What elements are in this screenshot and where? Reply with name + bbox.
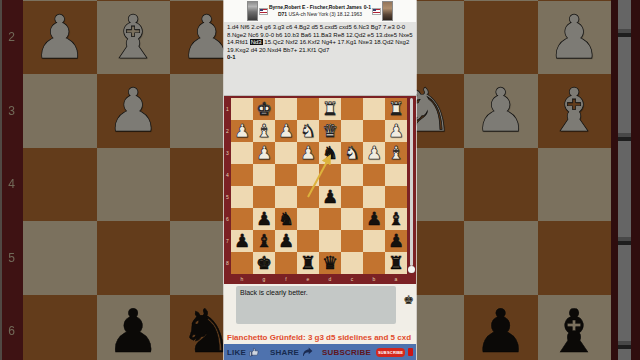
white-pawn-piece: ♟ [363, 142, 385, 164]
black-rook-piece: ♜ [385, 252, 407, 274]
file-label-d: d [319, 275, 341, 283]
square-g2[interactable]: ♝ [97, 1, 171, 75]
square-d3[interactable]: ♞ [319, 142, 341, 164]
square-a5[interactable] [385, 186, 407, 208]
black-queen-piece: ♛ [319, 252, 341, 274]
black-pawn-piece: ♟ [385, 230, 407, 252]
square-h8[interactable] [231, 252, 253, 274]
white-bishop-piece: ♝ [97, 1, 171, 75]
square-a1[interactable]: ♜ [385, 98, 407, 120]
square-f2[interactable]: ♟ [275, 120, 297, 142]
square-g3[interactable]: ♟ [97, 74, 171, 148]
square-f6[interactable]: ♞ [275, 208, 297, 230]
white-queen-piece: ♛ [319, 120, 341, 142]
white-rook-piece: ♜ [319, 98, 341, 120]
header-text: Byrne,Robert E - Fischer,Robert James0-1… [269, 4, 371, 19]
white-pawn-piece: ♟ [297, 142, 319, 164]
square-e6[interactable] [297, 208, 319, 230]
rank-label-7: 7 [224, 230, 231, 252]
square-h3[interactable] [231, 142, 253, 164]
square-e3[interactable]: ♟ [297, 142, 319, 164]
black-king-icon: ♚ [403, 294, 414, 306]
chessboard: 12345678 ♚♜♜♟♝♟♞♛♟♟♟♞♞♟♝♟♟♞♟♝♟♝♟♟♚♜♛♜ hg… [224, 96, 416, 284]
square-g4[interactable] [253, 164, 275, 186]
move-line[interactable]: 1.d4 Nf6 2.c4 g6 3.g3 c6 4.Bg2 d5 5.cxd5… [227, 24, 413, 32]
rank-label-2: 2 [224, 120, 231, 142]
file-label-h: h [231, 275, 253, 283]
black-pawn-piece: ♟ [275, 230, 297, 252]
subscribe-button[interactable]: SUBSCRIBE [376, 348, 405, 357]
square-a3[interactable]: ♝ [538, 74, 612, 148]
notation-panel[interactable]: 1.d4 Nf6 2.c4 g6 3.g3 c6 4.Bg2 d5 5.cxd5… [224, 22, 416, 96]
bg-rank-label-4: 4 [0, 148, 23, 222]
square-f4[interactable] [275, 164, 297, 186]
square-c3[interactable]: ♞ [341, 142, 363, 164]
usa-flag-icon [373, 9, 380, 14]
background-board-border [611, 0, 640, 360]
black-pawn-piece: ♟ [97, 295, 171, 360]
white-king-piece: ♚ [253, 98, 275, 120]
white-pawn-piece: ♟ [538, 1, 612, 75]
fischer-photo [382, 1, 393, 21]
square-b2[interactable] [363, 120, 385, 142]
result-line: 0-1 [227, 54, 413, 62]
square-h6[interactable] [23, 295, 97, 360]
black-pawn-piece: ♟ [464, 295, 538, 360]
rank-label-1: 1 [224, 98, 231, 120]
square-f5[interactable] [275, 186, 297, 208]
square-e4[interactable] [297, 164, 319, 186]
square-b5[interactable] [464, 221, 538, 295]
evaluation-text: Black is clearly better. [236, 286, 396, 324]
white-pawn-piece: ♟ [464, 74, 538, 148]
file-label-e: e [297, 275, 319, 283]
square-d1[interactable]: ♜ [319, 98, 341, 120]
rank-labels: 12345678 [224, 98, 231, 274]
square-g6[interactable]: ♟ [253, 208, 275, 230]
event-line: D71 USA-ch New York (3) 18.12.1963 [278, 11, 362, 19]
square-d8[interactable]: ♛ [319, 252, 341, 274]
file-label-c: c [341, 275, 363, 283]
white-pawn-piece: ♟ [385, 120, 407, 142]
square-a6[interactable]: ♝ [538, 295, 612, 360]
square-b6[interactable]: ♟ [464, 295, 538, 360]
board-scrollbar[interactable] [407, 98, 416, 274]
square-h7[interactable]: ♟ [231, 230, 253, 252]
square-h2[interactable]: ♟ [23, 1, 97, 75]
square-f1[interactable] [275, 98, 297, 120]
square-a2[interactable]: ♟ [538, 1, 612, 75]
background-rank-labels: 12345678 [0, 0, 23, 360]
square-g3[interactable]: ♟ [253, 142, 275, 164]
rank-label-6: 6 [224, 208, 231, 230]
square-a2[interactable]: ♟ [385, 120, 407, 142]
square-b6[interactable]: ♟ [363, 208, 385, 230]
square-h5[interactable] [23, 221, 97, 295]
square-d6[interactable] [319, 208, 341, 230]
square-h4[interactable] [231, 164, 253, 186]
square-b8[interactable] [363, 252, 385, 274]
move-line[interactable]: 8.Nge2 Nc6 9.0-0 b6 10.b3 Ba6 11.Ba3 Re8… [227, 32, 413, 40]
white-pawn-piece: ♟ [97, 74, 171, 148]
square-f3[interactable] [275, 142, 297, 164]
square-e5[interactable] [297, 186, 319, 208]
black-pawn-piece: ♟ [253, 208, 275, 230]
square-a4[interactable] [538, 148, 612, 222]
bg-rank-label-3: 3 [0, 74, 23, 148]
square-c2[interactable] [341, 120, 363, 142]
like-button[interactable]: LIKE [227, 348, 246, 357]
square-h5[interactable] [231, 186, 253, 208]
rank-label-3: 3 [224, 142, 231, 164]
square-a4[interactable] [385, 164, 407, 186]
square-f8[interactable] [275, 252, 297, 274]
social-bar: LIKE SHARE SUBSCRIBE SUBSCRIBE [224, 344, 416, 360]
scrollbar-knob[interactable] [408, 266, 415, 273]
black-knight-piece: ♞ [275, 208, 297, 230]
video-title: Fianchetto Grünfeld: 3 g3 d5 sidelines a… [224, 333, 411, 342]
square-g5[interactable] [253, 186, 275, 208]
white-pawn-piece: ♟ [253, 142, 275, 164]
square-h3[interactable] [23, 74, 97, 148]
usa-flag-icon [260, 9, 267, 14]
black-knight-piece: ♞ [319, 142, 341, 164]
game-header: Byrne,Robert E - Fischer,Robert James0-1… [224, 0, 416, 22]
black-bishop-piece: ♝ [538, 295, 612, 360]
square-c8[interactable] [341, 252, 363, 274]
square-g2[interactable]: ♝ [253, 120, 275, 142]
board-grid: ♚♜♜♟♝♟♞♛♟♟♟♞♞♟♝♟♟♞♟♝♟♝♟♟♚♜♛♜ [231, 98, 407, 274]
file-label-g: g [253, 275, 275, 283]
square-e7[interactable] [297, 230, 319, 252]
white-pawn-piece: ♟ [23, 1, 97, 75]
square-g5[interactable] [97, 221, 171, 295]
subscribe-label[interactable]: SUBSCRIBE [322, 348, 371, 357]
square-g1[interactable]: ♚ [253, 98, 275, 120]
video-frame: 12345678 ♚♜♜♟♝♟♞♛♟♟♟♞♞♟♝♟♟♞♟♝♟♝♟♟♚♜♛♜ By… [0, 0, 640, 360]
black-pawn-piece: ♟ [231, 230, 253, 252]
black-bishop-piece: ♝ [385, 208, 407, 230]
square-c1[interactable] [341, 98, 363, 120]
square-d2[interactable]: ♛ [319, 120, 341, 142]
annotation-area: Black is clearly better. ♚ [224, 284, 416, 331]
file-label-b: b [363, 275, 385, 283]
square-b4[interactable] [464, 148, 538, 222]
bg-rank-label-6: 6 [0, 295, 23, 360]
black-pawn-piece: ♟ [363, 208, 385, 230]
rank-label-5: 5 [224, 186, 231, 208]
scrollbar-track[interactable] [410, 98, 413, 266]
video-title-bar: Fianchetto Grünfeld: 3 g3 d5 sidelines a… [224, 331, 416, 344]
square-g8[interactable]: ♚ [253, 252, 275, 274]
youtube-icon[interactable] [408, 348, 413, 356]
rank-label-8: 8 [224, 252, 231, 274]
square-b1[interactable] [363, 98, 385, 120]
square-c4[interactable] [341, 164, 363, 186]
square-c6[interactable] [341, 208, 363, 230]
eco-code: D71 [278, 11, 287, 17]
square-b3[interactable]: ♟ [464, 74, 538, 148]
square-h2[interactable]: ♟ [231, 120, 253, 142]
square-b5[interactable] [363, 186, 385, 208]
file-label-f: f [275, 275, 297, 283]
square-b7[interactable] [363, 230, 385, 252]
black-king-piece: ♚ [253, 252, 275, 274]
square-h4[interactable] [23, 148, 97, 222]
square-e8[interactable]: ♜ [297, 252, 319, 274]
white-pawn-piece: ♟ [275, 120, 297, 142]
game-result: 0-1 [364, 4, 371, 10]
square-d7[interactable] [319, 230, 341, 252]
white-knight-piece: ♞ [297, 120, 319, 142]
white-bishop-piece: ♝ [253, 120, 275, 142]
black-bishop-piece: ♝ [253, 230, 275, 252]
square-a5[interactable] [538, 221, 612, 295]
square-a6[interactable]: ♝ [385, 208, 407, 230]
square-b3[interactable]: ♟ [363, 142, 385, 164]
black-rook-piece: ♜ [297, 252, 319, 274]
square-b4[interactable] [363, 164, 385, 186]
share-button[interactable]: SHARE [270, 348, 299, 357]
move-line[interactable]: 19.Kxg2 d4 20.Nxd4 Bb7+ 21.Kf1 Qd7 [227, 47, 413, 55]
square-g4[interactable] [97, 148, 171, 222]
white-knight-piece: ♞ [341, 142, 363, 164]
square-d4[interactable] [319, 164, 341, 186]
square-g7[interactable]: ♝ [253, 230, 275, 252]
white-bishop-piece: ♝ [385, 142, 407, 164]
file-labels: hgfedcba [231, 275, 407, 283]
square-a8[interactable]: ♜ [385, 252, 407, 274]
square-h1[interactable] [231, 98, 253, 120]
current-move-highlight[interactable]: Nd3 [250, 39, 263, 45]
share-arrow-icon[interactable] [302, 347, 313, 357]
background-scrollbar [618, 0, 631, 360]
move-line[interactable]: 14.Rfd1 Nd3 15.Qc2 Nxf2 16.Kxf2 Ng4+ 17.… [227, 39, 413, 47]
bg-rank-label-5: 5 [0, 221, 23, 295]
square-c7[interactable] [341, 230, 363, 252]
bg-rank-label-2: 2 [0, 1, 23, 75]
thumbs-up-icon[interactable] [249, 347, 259, 357]
video-panel: Byrne,Robert E - Fischer,Robert James0-1… [224, 0, 416, 360]
square-g6[interactable]: ♟ [97, 295, 171, 360]
square-c5[interactable] [341, 186, 363, 208]
square-d5[interactable]: ♟ [319, 186, 341, 208]
square-e2[interactable]: ♞ [297, 120, 319, 142]
square-a7[interactable]: ♟ [385, 230, 407, 252]
square-e1[interactable] [297, 98, 319, 120]
white-pawn-piece: ♟ [231, 120, 253, 142]
rank-label-4: 4 [224, 164, 231, 186]
file-label-a: a [385, 275, 407, 283]
black-pawn-piece: ♟ [319, 186, 341, 208]
players-line: Byrne,Robert E - Fischer,Robert James0-1 [269, 4, 371, 12]
white-rook-piece: ♜ [385, 98, 407, 120]
square-h6[interactable] [231, 208, 253, 230]
square-b2[interactable] [464, 1, 538, 75]
square-f7[interactable]: ♟ [275, 230, 297, 252]
square-a3[interactable]: ♝ [385, 142, 407, 164]
byrne-photo [247, 1, 258, 21]
white-bishop-piece: ♝ [538, 74, 612, 148]
